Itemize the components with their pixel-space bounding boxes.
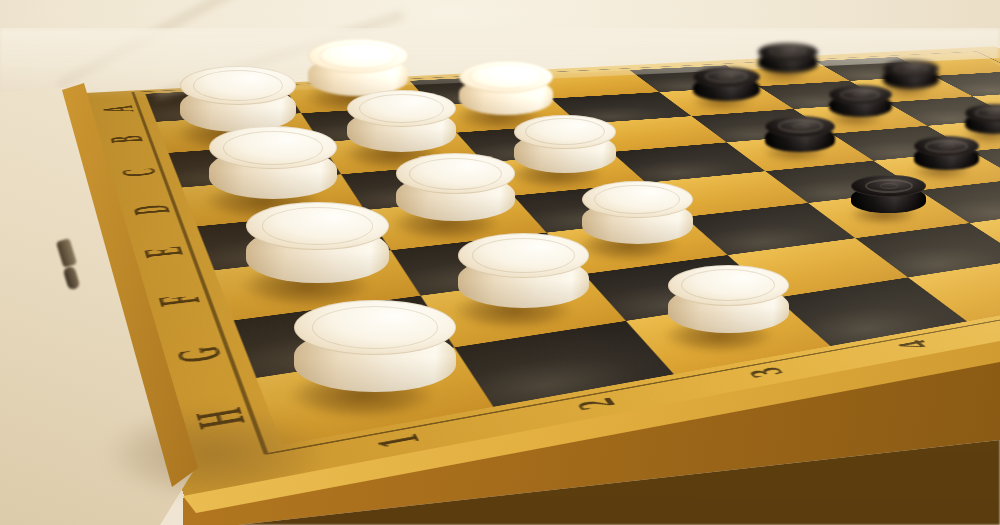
file-label-text: A: [90, 105, 144, 114]
piece-top-face: [459, 61, 554, 93]
white-piece-rim-ring: [223, 131, 323, 165]
white-piece-F1[interactable]: [246, 202, 389, 308]
piece-top-face: [693, 67, 759, 87]
black-piece-groove-ring: [880, 183, 898, 188]
white-piece-H1[interactable]: [294, 300, 455, 420]
white-piece-G2[interactable]: [458, 233, 590, 330]
black-piece-C6[interactable]: [829, 85, 892, 126]
black-piece-groove-ring: [781, 50, 795, 54]
white-piece-rim-ring: [262, 207, 373, 245]
black-piece-B5[interactable]: [693, 67, 759, 111]
white-piece-F3[interactable]: [582, 181, 693, 263]
rank-label-text: 4: [889, 337, 940, 352]
white-piece-rim-ring: [469, 64, 543, 89]
black-piece-D5[interactable]: [765, 116, 835, 163]
file-label-text: B: [98, 134, 155, 144]
piece-top-face: [308, 39, 408, 73]
piece-top-face: [668, 265, 789, 306]
white-piece-rim-ring: [681, 269, 775, 301]
piece-top-face: [758, 43, 818, 61]
white-piece-rim-ring: [193, 70, 283, 101]
white-piece-rim-ring: [409, 158, 502, 190]
piece-top-face: [914, 136, 980, 156]
white-piece-rim-ring: [525, 118, 605, 145]
file-label-text: G: [159, 343, 236, 367]
file-label-text: C: [107, 167, 167, 179]
white-piece-rim-ring: [312, 306, 438, 349]
black-piece-groove-ring: [987, 111, 1000, 115]
white-piece-D3[interactable]: [514, 115, 616, 190]
rank-label-text: 3: [739, 364, 796, 381]
white-piece-rim-ring: [594, 185, 680, 214]
white-piece-E2[interactable]: [396, 153, 515, 241]
file-label-text: F: [143, 291, 214, 309]
black-piece-E6[interactable]: [914, 136, 980, 179]
file-label-text: E: [130, 244, 197, 260]
piece-top-face: [582, 181, 693, 219]
file-label-text: D: [118, 203, 181, 217]
black-piece-groove-ring: [939, 144, 955, 149]
white-piece-rim-ring: [359, 94, 444, 123]
piece-top-face: [883, 60, 939, 77]
rank-label-text: 2: [566, 394, 629, 413]
piece-top-face: [246, 202, 389, 250]
white-piece-rim-ring: [319, 43, 397, 70]
black-piece-groove-ring: [853, 93, 868, 98]
piece-top-face: [458, 233, 590, 278]
white-piece-H3[interactable]: [668, 265, 789, 355]
black-piece-A6[interactable]: [758, 43, 818, 82]
piece-top-face: [396, 153, 515, 194]
photo-canvas: ABCDEFGH 12345678: [0, 0, 1000, 525]
piece-top-face: [514, 115, 616, 150]
white-piece-rim-ring: [472, 238, 575, 273]
black-piece-F5[interactable]: [851, 175, 926, 224]
piece-top-face: [294, 300, 455, 355]
black-piece-groove-ring: [792, 124, 809, 129]
piece-top-face: [765, 116, 835, 137]
rank-label-text: 1: [364, 430, 435, 452]
